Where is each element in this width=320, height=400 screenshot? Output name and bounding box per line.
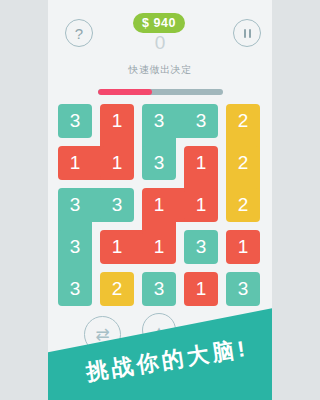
move-counter: 0 <box>48 33 272 52</box>
game-screen: ? $ 940 0 快速做出决定 31332113123311231131323… <box>48 0 272 400</box>
tile-value: 3 <box>58 272 92 306</box>
tile-value: 1 <box>184 188 218 222</box>
tile-value: 3 <box>142 104 176 138</box>
coins-badge: $ 940 <box>133 13 185 33</box>
tile-value: 3 <box>142 146 176 180</box>
tile-value: 1 <box>100 230 134 264</box>
tile-value: 1 <box>100 104 134 138</box>
tile-value: 2 <box>226 146 260 180</box>
timer-bar <box>98 89 223 95</box>
tile-value: 3 <box>184 230 218 264</box>
tile-value: 2 <box>226 188 260 222</box>
tile-value: 3 <box>58 104 92 138</box>
tile-value: 2 <box>226 104 260 138</box>
board[interactable]: 3133211312331123113132313 <box>58 104 260 306</box>
tile-value: 1 <box>142 188 176 222</box>
tile-value: 2 <box>100 272 134 306</box>
timer-bar-fill <box>98 89 152 95</box>
tile-value: 3 <box>142 272 176 306</box>
tile-value: 1 <box>100 146 134 180</box>
tile-value: 1 <box>226 230 260 264</box>
tile-value: 1 <box>58 146 92 180</box>
tile-value: 1 <box>142 230 176 264</box>
level-subtitle: 快速做出决定 <box>48 63 272 77</box>
tile-value: 3 <box>100 188 134 222</box>
tile-value: 3 <box>226 272 260 306</box>
tile-value: 1 <box>184 146 218 180</box>
tile-value: 3 <box>58 230 92 264</box>
tile-value: 1 <box>184 272 218 306</box>
tile-value: 3 <box>58 188 92 222</box>
tile-value: 3 <box>184 104 218 138</box>
